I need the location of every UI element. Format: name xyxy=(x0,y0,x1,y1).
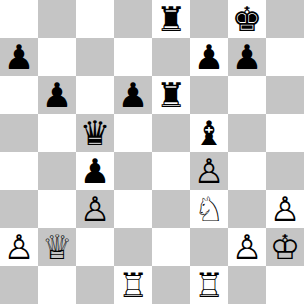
piece-white-rook: ♖ xyxy=(194,266,224,304)
square-g7[interactable]: ♟ xyxy=(228,38,266,76)
piece-black-pawn: ♟ xyxy=(118,76,148,114)
square-d3[interactable] xyxy=(114,190,152,228)
piece-black-pawn: ♟ xyxy=(42,76,72,114)
square-a4[interactable] xyxy=(0,152,38,190)
square-f6[interactable] xyxy=(190,76,228,114)
piece-black-pawn: ♟ xyxy=(194,38,224,76)
piece-black-rook: ♜ xyxy=(156,76,186,114)
square-e2[interactable] xyxy=(152,228,190,266)
square-a8[interactable] xyxy=(0,0,38,38)
piece-white-king: ♔ xyxy=(270,228,300,266)
square-g3[interactable] xyxy=(228,190,266,228)
piece-white-pawn: ♙ xyxy=(4,228,34,266)
square-h7[interactable] xyxy=(266,38,304,76)
piece-black-king: ♚ xyxy=(232,0,262,38)
piece-black-queen: ♛ xyxy=(80,114,110,152)
piece-black-pawn: ♟ xyxy=(232,38,262,76)
square-a1[interactable] xyxy=(0,266,38,304)
square-d6[interactable]: ♟ xyxy=(114,76,152,114)
square-h1[interactable] xyxy=(266,266,304,304)
square-c6[interactable] xyxy=(76,76,114,114)
square-c1[interactable] xyxy=(76,266,114,304)
piece-white-rook: ♖ xyxy=(118,266,148,304)
square-b7[interactable] xyxy=(38,38,76,76)
square-h3[interactable]: ♙ xyxy=(266,190,304,228)
square-c5[interactable]: ♛ xyxy=(76,114,114,152)
square-b6[interactable]: ♟ xyxy=(38,76,76,114)
square-f7[interactable]: ♟ xyxy=(190,38,228,76)
piece-white-pawn: ♙ xyxy=(194,152,224,190)
square-c2[interactable] xyxy=(76,228,114,266)
square-d2[interactable] xyxy=(114,228,152,266)
chess-board: ♜♚♟♟♟♟♟♜♛♝♟♙♙♘♙♙♕♙♔♖♖ xyxy=(0,0,304,304)
square-b4[interactable] xyxy=(38,152,76,190)
square-f8[interactable] xyxy=(190,0,228,38)
square-f4[interactable]: ♙ xyxy=(190,152,228,190)
square-h2[interactable]: ♔ xyxy=(266,228,304,266)
piece-black-pawn: ♟ xyxy=(4,38,34,76)
square-d5[interactable] xyxy=(114,114,152,152)
square-e5[interactable] xyxy=(152,114,190,152)
square-d7[interactable] xyxy=(114,38,152,76)
square-f5[interactable]: ♝ xyxy=(190,114,228,152)
piece-black-pawn: ♟ xyxy=(80,152,110,190)
square-g6[interactable] xyxy=(228,76,266,114)
square-d4[interactable] xyxy=(114,152,152,190)
square-a3[interactable] xyxy=(0,190,38,228)
square-c7[interactable] xyxy=(76,38,114,76)
square-e6[interactable]: ♜ xyxy=(152,76,190,114)
square-e7[interactable] xyxy=(152,38,190,76)
square-g2[interactable]: ♙ xyxy=(228,228,266,266)
square-f2[interactable] xyxy=(190,228,228,266)
piece-white-knight: ♘ xyxy=(194,190,224,228)
square-e1[interactable] xyxy=(152,266,190,304)
square-d8[interactable] xyxy=(114,0,152,38)
square-e8[interactable]: ♜ xyxy=(152,0,190,38)
square-g5[interactable] xyxy=(228,114,266,152)
square-b2[interactable]: ♕ xyxy=(38,228,76,266)
square-h6[interactable] xyxy=(266,76,304,114)
square-f1[interactable]: ♖ xyxy=(190,266,228,304)
square-b8[interactable] xyxy=(38,0,76,38)
square-a2[interactable]: ♙ xyxy=(0,228,38,266)
square-e3[interactable] xyxy=(152,190,190,228)
square-h8[interactable] xyxy=(266,0,304,38)
square-c3[interactable]: ♙ xyxy=(76,190,114,228)
square-h4[interactable] xyxy=(266,152,304,190)
square-b1[interactable] xyxy=(38,266,76,304)
square-e4[interactable] xyxy=(152,152,190,190)
square-b3[interactable] xyxy=(38,190,76,228)
piece-white-pawn: ♙ xyxy=(232,228,262,266)
square-c4[interactable]: ♟ xyxy=(76,152,114,190)
piece-white-queen: ♕ xyxy=(42,228,72,266)
square-d1[interactable]: ♖ xyxy=(114,266,152,304)
square-c8[interactable] xyxy=(76,0,114,38)
piece-black-rook: ♜ xyxy=(156,0,186,38)
square-a6[interactable] xyxy=(0,76,38,114)
square-h5[interactable] xyxy=(266,114,304,152)
square-g4[interactable] xyxy=(228,152,266,190)
square-g1[interactable] xyxy=(228,266,266,304)
square-f3[interactable]: ♘ xyxy=(190,190,228,228)
piece-white-pawn: ♙ xyxy=(270,190,300,228)
piece-white-pawn: ♙ xyxy=(80,190,110,228)
piece-black-bishop: ♝ xyxy=(194,114,224,152)
square-b5[interactable] xyxy=(38,114,76,152)
square-a5[interactable] xyxy=(0,114,38,152)
square-a7[interactable]: ♟ xyxy=(0,38,38,76)
square-g8[interactable]: ♚ xyxy=(228,0,266,38)
